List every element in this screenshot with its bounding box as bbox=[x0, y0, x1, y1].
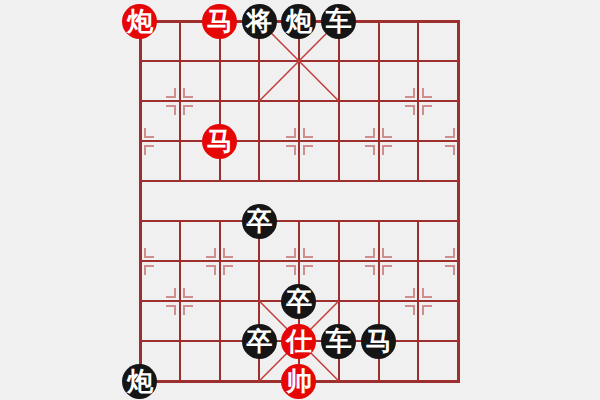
black-soldier[interactable]: 卒 bbox=[242, 204, 277, 239]
xiangqi-board[interactable]: 炮马将炮车马卒卒卒仕车马炮帅 bbox=[0, 0, 600, 400]
red-horse[interactable]: 马 bbox=[202, 124, 237, 159]
red-general[interactable]: 帅 bbox=[281, 364, 316, 399]
red-cannon[interactable]: 炮 bbox=[122, 4, 157, 39]
black-general[interactable]: 将 bbox=[242, 4, 277, 39]
pieces-layer: 炮马将炮车马卒卒卒仕车马炮帅 bbox=[120, 1, 478, 400]
black-cannon[interactable]: 炮 bbox=[281, 4, 316, 39]
black-soldier[interactable]: 卒 bbox=[281, 284, 316, 319]
black-chariot[interactable]: 车 bbox=[321, 324, 356, 359]
red-advisor[interactable]: 仕 bbox=[281, 324, 316, 359]
black-soldier[interactable]: 卒 bbox=[242, 324, 277, 359]
black-cannon[interactable]: 炮 bbox=[122, 364, 157, 399]
black-horse[interactable]: 马 bbox=[361, 324, 396, 359]
red-horse[interactable]: 马 bbox=[202, 4, 237, 39]
black-chariot[interactable]: 车 bbox=[321, 4, 356, 39]
